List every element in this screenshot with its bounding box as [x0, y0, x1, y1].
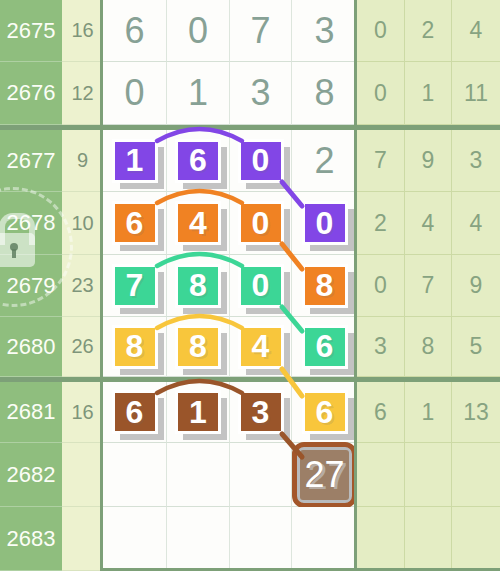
stat-cell — [452, 443, 500, 507]
digit-cell: 6 — [103, 382, 167, 443]
digit-cell: 2 — [292, 130, 357, 192]
draw-number-cell: 2683 — [0, 507, 62, 571]
draw-number-cell: 2677 — [0, 130, 62, 192]
digit-tile-purple[interactable]: 1 — [112, 139, 158, 183]
digit-tile-purple[interactable]: 6 — [175, 139, 221, 183]
draw-number-cell: 2676 — [0, 62, 62, 125]
digit-cell: 4 — [167, 192, 230, 255]
digit-cell: 0 — [230, 130, 292, 192]
stat-cell: 0 — [357, 255, 405, 317]
digit-tile-purple[interactable]: 0 — [302, 201, 348, 245]
trend-chart-board: 2675166073024267612013801112677916027932… — [0, 0, 500, 571]
digit-cell: 0 — [292, 192, 357, 255]
digit-tile-yellow[interactable]: 4 — [238, 325, 284, 369]
digit-cell: 1 — [167, 382, 230, 443]
digit-tile-orange[interactable]: 4 — [175, 201, 221, 245]
stat-cell: 0 — [357, 0, 405, 62]
digit-tile-brown[interactable]: 3 — [238, 390, 284, 434]
digit-value: 0 — [124, 72, 144, 114]
digit-cell: 8 — [292, 62, 357, 125]
digit-tile-green[interactable]: 6 — [302, 325, 348, 369]
stats-area-left-border — [354, 0, 357, 571]
digit-sum-cell — [62, 443, 103, 507]
row-2683: 2683 — [0, 507, 500, 571]
digit-tile-purple[interactable]: 0 — [238, 139, 284, 183]
stat-cell: 4 — [452, 0, 500, 62]
digit-cell: 6 — [103, 192, 167, 255]
stat-cell — [405, 507, 452, 571]
digit-value: 3 — [250, 72, 270, 114]
stat-cell: 4 — [452, 192, 500, 255]
row-2678: 2678106400244 — [0, 192, 500, 255]
digit-cell: 6 — [103, 0, 167, 62]
result-value: 27 — [300, 450, 349, 500]
row-2679: 2679237808079 — [0, 255, 500, 317]
stat-cell — [405, 443, 452, 507]
row-2675: 2675166073024 — [0, 0, 500, 62]
digit-sum-cell — [62, 507, 103, 571]
digit-cell: 1 — [103, 130, 167, 192]
draw-number-cell: 2682 — [0, 443, 62, 507]
digit-tile-green[interactable]: 7 — [112, 264, 158, 308]
digit-cell: 7 — [103, 255, 167, 317]
digit-sum-cell: 12 — [62, 62, 103, 125]
digit-cell — [167, 507, 230, 571]
digit-value: 3 — [314, 10, 334, 52]
digit-cell: 8 — [292, 255, 357, 317]
stat-cell: 2 — [405, 0, 452, 62]
stat-cell: 4 — [405, 192, 452, 255]
digit-cell — [103, 443, 167, 507]
stat-cell — [357, 443, 405, 507]
digit-value: 6 — [124, 10, 144, 52]
digit-cell: 8 — [103, 317, 167, 377]
digit-cell — [292, 507, 357, 571]
digit-value: 8 — [314, 72, 334, 114]
digit-sum-cell: 16 — [62, 382, 103, 443]
draw-number-cell: 2680 — [0, 317, 62, 377]
stat-cell: 1 — [405, 62, 452, 125]
stat-cell: 3 — [452, 130, 500, 192]
digit-cell: 8 — [167, 255, 230, 317]
digit-value: 2 — [314, 140, 334, 182]
stat-cell: 13 — [452, 382, 500, 443]
digit-cell — [230, 443, 292, 507]
draw-number-cell: 2675 — [0, 0, 62, 62]
stat-cell: 8 — [405, 317, 452, 377]
digit-sum-cell: 16 — [62, 0, 103, 62]
stat-cell: 0 — [357, 62, 405, 125]
row-2681: 26811661366113 — [0, 382, 500, 443]
digit-tile-yellow[interactable]: 8 — [112, 325, 158, 369]
stat-cell: 9 — [452, 255, 500, 317]
stat-cell: 5 — [452, 317, 500, 377]
stat-cell: 2 — [357, 192, 405, 255]
digit-cell — [167, 443, 230, 507]
digit-sum-cell: 26 — [62, 317, 103, 377]
digit-tile-orange[interactable]: 6 — [112, 201, 158, 245]
digit-cell: 0 — [230, 255, 292, 317]
draw-number-cell: 2678 — [0, 192, 62, 255]
digit-cell: 7 — [230, 0, 292, 62]
digit-cell: 6 — [292, 317, 357, 377]
digit-tile-yellow[interactable]: 8 — [175, 325, 221, 369]
digit-value: 7 — [250, 10, 270, 52]
digit-tile-brown[interactable]: 1 — [175, 390, 221, 434]
stat-cell: 9 — [405, 130, 452, 192]
stat-cell — [452, 507, 500, 571]
result-tile[interactable]: 27 — [292, 442, 357, 508]
digit-cell: 3 — [230, 62, 292, 125]
digit-tile-green[interactable]: 8 — [175, 264, 221, 308]
digit-tile-brown[interactable]: 6 — [112, 390, 158, 434]
stat-cell — [357, 507, 405, 571]
row-2677: 267791602793 — [0, 130, 500, 192]
stat-cell: 6 — [357, 382, 405, 443]
rows-container: 2675166073024267612013801112677916027932… — [0, 0, 500, 571]
digit-value: 1 — [188, 72, 208, 114]
digit-tile-orange[interactable]: 8 — [302, 264, 348, 308]
digit-cell: 0 — [167, 0, 230, 62]
digit-sum-cell: 10 — [62, 192, 103, 255]
row-2680: 2680268846385 — [0, 317, 500, 377]
draw-number-cell: 2679 — [0, 255, 62, 317]
stat-cell: 7 — [405, 255, 452, 317]
digit-cell: 6 — [167, 130, 230, 192]
row-2676: 26761201380111 — [0, 62, 500, 125]
digit-cell: 3 — [292, 0, 357, 62]
digit-sum-cell: 9 — [62, 130, 103, 192]
row-2682: 268227 — [0, 443, 500, 507]
digit-cell: 0 — [103, 62, 167, 125]
digit-tile-orange[interactable]: 0 — [238, 201, 284, 245]
digit-cell: 4 — [230, 317, 292, 377]
digit-tile-yellow[interactable]: 6 — [302, 390, 348, 434]
digit-value: 0 — [188, 10, 208, 52]
stat-cell: 1 — [405, 382, 452, 443]
digit-cell — [230, 507, 292, 571]
digit-cell: 6 — [292, 382, 357, 443]
digit-cell: 8 — [167, 317, 230, 377]
stat-cell: 3 — [357, 317, 405, 377]
digit-tile-green[interactable]: 0 — [238, 264, 284, 308]
digit-cell: 0 — [230, 192, 292, 255]
digit-cell: 1 — [167, 62, 230, 125]
white-area-left-border — [100, 0, 103, 571]
digit-sum-cell: 23 — [62, 255, 103, 317]
stat-cell: 11 — [452, 62, 500, 125]
digit-cell — [103, 507, 167, 571]
digit-cell: 3 — [230, 382, 292, 443]
draw-number-cell: 2681 — [0, 382, 62, 443]
stat-cell: 7 — [357, 130, 405, 192]
digit-cell: 27 — [292, 443, 357, 507]
